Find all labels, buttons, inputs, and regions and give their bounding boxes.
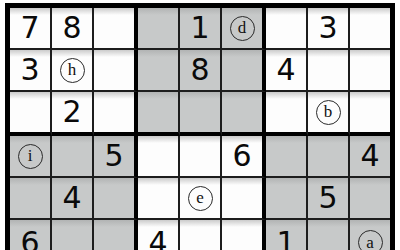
cell-r6c2[interactable] [52, 220, 94, 250]
cell-r2c3[interactable] [94, 50, 138, 92]
cell-r3c9[interactable] [350, 92, 390, 136]
given-digit: 4 [62, 183, 81, 213]
cell-r4c6[interactable]: 6 [222, 136, 266, 178]
cell-r1c5[interactable]: 1 [180, 8, 222, 50]
cell-r2c2[interactable]: h [52, 50, 94, 92]
cell-r5c5[interactable]: e [180, 178, 222, 220]
cell-r2c8[interactable] [308, 50, 350, 92]
cell-r4c3[interactable]: 5 [94, 136, 138, 178]
cell-r3c2[interactable]: 2 [52, 92, 94, 136]
given-digit: 3 [20, 55, 39, 85]
circled-letter-e: e [188, 186, 213, 211]
cell-r5c1[interactable] [10, 178, 52, 220]
cell-r4c7[interactable] [266, 136, 308, 178]
cell-r3c6[interactable] [222, 92, 266, 136]
cell-r1c2[interactable]: 8 [52, 8, 94, 50]
cell-r2c6[interactable] [222, 50, 266, 92]
given-digit: 8 [190, 55, 209, 85]
cell-r6c7[interactable]: 1 [266, 220, 308, 250]
cell-r2c4[interactable] [138, 50, 180, 92]
cell-r6c6[interactable] [222, 220, 266, 250]
circled-letter-b: b [316, 100, 341, 125]
cell-r6c1[interactable]: 6 [10, 220, 52, 250]
cell-r4c4[interactable] [138, 136, 180, 178]
given-digit: 5 [318, 183, 337, 213]
given-digit: 5 [104, 141, 123, 171]
cell-r6c4[interactable]: 4 [138, 220, 180, 250]
cell-r3c3[interactable] [94, 92, 138, 136]
circled-letter-d: d [230, 16, 255, 41]
circled-letter-a: a [358, 230, 383, 250]
cell-r5c3[interactable] [94, 178, 138, 220]
cell-r2c7[interactable]: 4 [266, 50, 308, 92]
cell-r3c1[interactable] [10, 92, 52, 136]
cell-r1c8[interactable]: 3 [308, 8, 350, 50]
given-digit: 4 [360, 141, 379, 171]
cell-r5c8[interactable]: 5 [308, 178, 350, 220]
cell-r6c9[interactable]: a [350, 220, 390, 250]
cell-r6c3[interactable] [94, 220, 138, 250]
cell-r3c8[interactable]: b [308, 92, 350, 136]
given-digit: 4 [148, 228, 167, 250]
cell-r4c1[interactable]: i [10, 136, 52, 178]
cell-r1c6[interactable]: d [222, 8, 266, 50]
cell-r5c2[interactable]: 4 [52, 178, 94, 220]
circled-letter-i: i [18, 144, 43, 169]
given-digit: 1 [276, 228, 295, 250]
circled-letter-h: h [60, 58, 85, 83]
given-digit: 2 [62, 97, 81, 127]
sudoku-screenshot: 781d33h842bi5644e5641a [0, 0, 400, 250]
cell-r3c7[interactable] [266, 92, 308, 136]
cell-r1c1[interactable]: 7 [10, 8, 52, 50]
cell-r6c8[interactable] [308, 220, 350, 250]
cell-r4c9[interactable]: 4 [350, 136, 390, 178]
cell-r4c2[interactable] [52, 136, 94, 178]
cell-r1c4[interactable] [138, 8, 180, 50]
given-digit: 6 [232, 141, 251, 171]
cell-r2c1[interactable]: 3 [10, 50, 52, 92]
cell-r5c4[interactable] [138, 178, 180, 220]
cell-r4c8[interactable] [308, 136, 350, 178]
given-digit: 6 [20, 228, 39, 250]
cell-r6c5[interactable] [180, 220, 222, 250]
cell-r5c9[interactable] [350, 178, 390, 220]
cell-r1c3[interactable] [94, 8, 138, 50]
given-digit: 1 [190, 13, 209, 43]
cell-r3c5[interactable] [180, 92, 222, 136]
given-digit: 7 [20, 13, 39, 43]
cell-r2c9[interactable] [350, 50, 390, 92]
cell-r2c5[interactable]: 8 [180, 50, 222, 92]
cell-r5c7[interactable] [266, 178, 308, 220]
cell-r4c5[interactable] [180, 136, 222, 178]
cell-r5c6[interactable] [222, 178, 266, 220]
sudoku-board: 781d33h842bi5644e5641a [5, 3, 395, 250]
cell-r1c9[interactable] [350, 8, 390, 50]
cell-r3c4[interactable] [138, 92, 180, 136]
given-digit: 3 [318, 13, 337, 43]
given-digit: 8 [62, 13, 81, 43]
cell-r1c7[interactable] [266, 8, 308, 50]
given-digit: 4 [276, 55, 295, 85]
